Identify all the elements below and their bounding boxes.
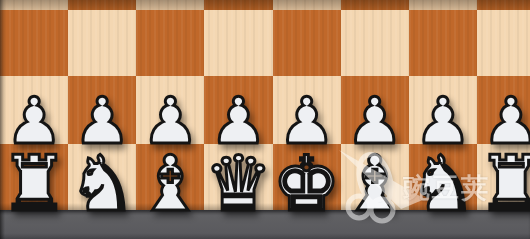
square-f3[interactable] [341, 10, 409, 76]
square-a2[interactable]: ♟ [0, 76, 68, 144]
white-queen[interactable]: ♛ [204, 146, 272, 222]
square-c1[interactable]: ♝ [136, 144, 204, 210]
square-h2[interactable]: ♟ [477, 76, 530, 144]
square-b2[interactable]: ♟ [68, 76, 136, 144]
square-e2[interactable]: ♟ [273, 76, 341, 144]
chess-board[interactable]: ♟♟♟♟♟♟♟♟♜♞♝♛♚♝♞♜ [0, 0, 530, 210]
square-b4[interactable] [68, 0, 136, 10]
white-knight[interactable]: ♞ [409, 146, 477, 222]
square-g3[interactable] [409, 10, 477, 76]
square-c3[interactable] [136, 10, 204, 76]
square-d2[interactable]: ♟ [204, 76, 272, 144]
square-b1[interactable]: ♞ [68, 144, 136, 210]
chess-app-screenshot: ♟♟♟♟♟♟♟♟♜♞♝♛♚♝♞♜ 豌豆荚 [0, 0, 530, 239]
square-d4[interactable] [204, 0, 272, 10]
square-f1[interactable]: ♝ [341, 144, 409, 210]
square-g4[interactable] [409, 0, 477, 10]
square-c4[interactable] [136, 0, 204, 10]
square-d1[interactable]: ♛ [204, 144, 272, 210]
square-f4[interactable] [341, 0, 409, 10]
white-bishop[interactable]: ♝ [341, 146, 409, 222]
square-e3[interactable] [273, 10, 341, 76]
white-knight[interactable]: ♞ [68, 146, 136, 222]
square-f2[interactable]: ♟ [341, 76, 409, 144]
square-h1[interactable]: ♜ [477, 144, 530, 210]
square-d3[interactable] [204, 10, 272, 76]
square-g2[interactable]: ♟ [409, 76, 477, 144]
square-a1[interactable]: ♜ [0, 144, 68, 210]
square-b3[interactable] [68, 10, 136, 76]
white-king[interactable]: ♚ [273, 146, 341, 222]
white-bishop[interactable]: ♝ [136, 146, 204, 222]
square-e1[interactable]: ♚ [273, 144, 341, 210]
square-e4[interactable] [273, 0, 341, 10]
square-h3[interactable] [477, 10, 530, 76]
square-g1[interactable]: ♞ [409, 144, 477, 210]
square-a4[interactable] [0, 0, 68, 10]
square-c2[interactable]: ♟ [136, 76, 204, 144]
square-a3[interactable] [0, 10, 68, 76]
white-rook[interactable]: ♜ [477, 146, 530, 222]
white-rook[interactable]: ♜ [0, 146, 68, 222]
square-h4[interactable] [477, 0, 530, 10]
